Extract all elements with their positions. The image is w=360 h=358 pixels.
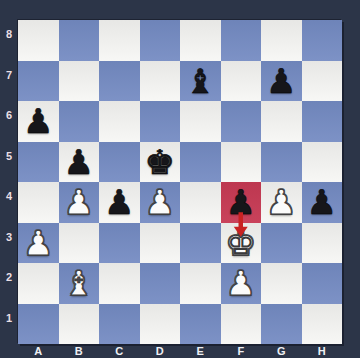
square-f5[interactable] (221, 142, 262, 183)
black-pawn-icon[interactable]: ♟ (99, 182, 140, 223)
board: ♝♟♟♟♚♟♟♟♟♟♟♟♚♝♟ (18, 20, 342, 344)
square-c5[interactable] (99, 142, 140, 183)
file-label-h: H (302, 343, 343, 358)
file-labels: ABCDEFGH (18, 343, 342, 358)
square-e5[interactable] (180, 142, 221, 183)
rank-label-8: 8 (0, 14, 18, 55)
square-c8[interactable] (99, 20, 140, 61)
square-d1[interactable] (140, 304, 181, 345)
square-d6[interactable] (140, 101, 181, 142)
square-b1[interactable] (59, 304, 100, 345)
square-h5[interactable] (302, 142, 343, 183)
square-e2[interactable] (180, 263, 221, 304)
square-c1[interactable] (99, 304, 140, 345)
square-e7[interactable]: ♝ (180, 61, 221, 102)
square-a3[interactable]: ♟ (18, 223, 59, 264)
square-e1[interactable] (180, 304, 221, 345)
square-c6[interactable] (99, 101, 140, 142)
square-a1[interactable] (18, 304, 59, 345)
rank-label-3: 3 (0, 217, 18, 258)
square-d4[interactable]: ♟ (140, 182, 181, 223)
square-g5[interactable] (261, 142, 302, 183)
file-label-b: B (59, 343, 100, 358)
square-b2[interactable]: ♝ (59, 263, 100, 304)
black-pawn-icon[interactable]: ♟ (18, 101, 59, 142)
chess-board-frame: 87654321 ♝♟♟♟♚♟♟♟♟♟♟♟♚♝♟ ABCDEFGH (0, 0, 360, 358)
white-pawn-icon[interactable]: ♟ (221, 263, 262, 304)
square-a2[interactable] (18, 263, 59, 304)
square-c7[interactable] (99, 61, 140, 102)
rank-label-1: 1 (0, 298, 18, 339)
white-bishop-icon[interactable]: ♝ (59, 263, 100, 304)
square-h2[interactable] (302, 263, 343, 304)
black-pawn-icon[interactable]: ♟ (59, 142, 100, 183)
square-d5[interactable]: ♚ (140, 142, 181, 183)
square-g8[interactable] (261, 20, 302, 61)
square-g4[interactable]: ♟ (261, 182, 302, 223)
file-label-f: F (221, 343, 262, 358)
square-d3[interactable] (140, 223, 181, 264)
file-label-e: E (180, 343, 221, 358)
square-g1[interactable] (261, 304, 302, 345)
square-a7[interactable] (18, 61, 59, 102)
rank-label-4: 4 (0, 176, 18, 217)
square-g7[interactable]: ♟ (261, 61, 302, 102)
square-d8[interactable] (140, 20, 181, 61)
square-b4[interactable]: ♟ (59, 182, 100, 223)
square-b8[interactable] (59, 20, 100, 61)
white-pawn-icon[interactable]: ♟ (140, 182, 181, 223)
square-e8[interactable] (180, 20, 221, 61)
square-f4[interactable]: ♟ (221, 182, 262, 223)
square-h3[interactable] (302, 223, 343, 264)
square-f8[interactable] (221, 20, 262, 61)
file-label-g: G (261, 343, 302, 358)
white-pawn-icon[interactable]: ♟ (261, 182, 302, 223)
square-a4[interactable] (18, 182, 59, 223)
file-label-d: D (140, 343, 181, 358)
square-c4[interactable]: ♟ (99, 182, 140, 223)
rank-label-5: 5 (0, 136, 18, 177)
square-h4[interactable]: ♟ (302, 182, 343, 223)
square-a6[interactable]: ♟ (18, 101, 59, 142)
square-d2[interactable] (140, 263, 181, 304)
black-pawn-icon[interactable]: ♟ (302, 182, 343, 223)
square-f7[interactable] (221, 61, 262, 102)
square-g6[interactable] (261, 101, 302, 142)
square-h7[interactable] (302, 61, 343, 102)
square-g3[interactable] (261, 223, 302, 264)
rank-label-2: 2 (0, 257, 18, 298)
white-king-icon[interactable]: ♚ (221, 223, 262, 264)
square-d7[interactable] (140, 61, 181, 102)
square-c2[interactable] (99, 263, 140, 304)
rank-label-7: 7 (0, 55, 18, 96)
rank-labels: 87654321 (0, 20, 18, 344)
black-pawn-icon[interactable]: ♟ (261, 61, 302, 102)
white-pawn-icon[interactable]: ♟ (18, 223, 59, 264)
black-pawn-icon[interactable]: ♟ (221, 182, 262, 223)
square-b6[interactable] (59, 101, 100, 142)
square-a5[interactable] (18, 142, 59, 183)
square-g2[interactable] (261, 263, 302, 304)
square-f6[interactable] (221, 101, 262, 142)
square-e4[interactable] (180, 182, 221, 223)
black-king-icon[interactable]: ♚ (140, 142, 181, 183)
square-a8[interactable] (18, 20, 59, 61)
white-pawn-icon[interactable]: ♟ (59, 182, 100, 223)
rank-label-6: 6 (0, 95, 18, 136)
square-b5[interactable]: ♟ (59, 142, 100, 183)
square-b3[interactable] (59, 223, 100, 264)
square-f3[interactable]: ♚ (221, 223, 262, 264)
square-c3[interactable] (99, 223, 140, 264)
file-label-c: C (99, 343, 140, 358)
square-h8[interactable] (302, 20, 343, 61)
square-b7[interactable] (59, 61, 100, 102)
square-h6[interactable] (302, 101, 343, 142)
square-h1[interactable] (302, 304, 343, 345)
square-f1[interactable] (221, 304, 262, 345)
square-e3[interactable] (180, 223, 221, 264)
square-e6[interactable] (180, 101, 221, 142)
file-label-a: A (18, 343, 59, 358)
black-bishop-icon[interactable]: ♝ (180, 61, 221, 102)
square-f2[interactable]: ♟ (221, 263, 262, 304)
